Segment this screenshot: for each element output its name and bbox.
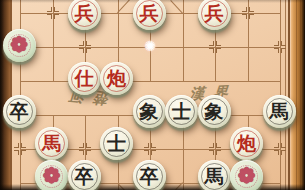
wood-grain xyxy=(300,0,301,190)
piece-character: 卒 xyxy=(68,160,101,190)
piece-facedown[interactable]: ❁ xyxy=(3,29,36,62)
point-marker-icon xyxy=(79,143,91,155)
piece-character: 卒 xyxy=(133,160,166,190)
wood-grain xyxy=(296,0,297,190)
piece-red-cannon[interactable]: 炮 xyxy=(230,127,263,160)
piece-black-advisor[interactable]: 士 xyxy=(100,127,133,160)
point-marker-icon xyxy=(144,143,156,155)
piece-character: 馬 xyxy=(198,160,231,190)
piece-black-elephant[interactable]: 象 xyxy=(198,95,231,128)
rosette-flower-icon: ❁ xyxy=(230,160,263,190)
piece-character: 卒 xyxy=(3,95,36,128)
grid-line xyxy=(170,0,183,14)
piece-character: 馬 xyxy=(263,95,296,128)
piece-black-horse[interactable]: 馬 xyxy=(263,95,296,128)
point-marker-icon xyxy=(209,143,221,155)
rosette-flower-icon: ❁ xyxy=(3,29,36,62)
piece-character: 士 xyxy=(165,95,198,128)
piece-character: 仕 xyxy=(68,62,101,95)
piece-red-cannon[interactable]: 炮 xyxy=(100,62,133,95)
point-marker-icon xyxy=(242,7,254,19)
piece-character: 炮 xyxy=(100,62,133,95)
point-marker-icon xyxy=(274,41,286,53)
piece-character: 象 xyxy=(198,95,231,128)
piece-character: 象 xyxy=(133,95,166,128)
piece-character: 兵 xyxy=(68,0,101,30)
point-marker-icon xyxy=(274,143,286,155)
xiangqi-board[interactable]: 楚河 漢界 ✺ 兵兵兵❁仕炮卒象士象馬馬士炮❁卒卒馬❁ xyxy=(0,0,305,190)
point-marker-icon xyxy=(209,41,221,53)
grid-line xyxy=(117,0,130,13)
piece-character: 馬 xyxy=(35,127,68,160)
piece-black-soldier[interactable]: 卒 xyxy=(133,160,166,190)
piece-character: 兵 xyxy=(198,0,231,30)
point-marker-icon xyxy=(47,7,59,19)
piece-black-horse[interactable]: 馬 xyxy=(198,160,231,190)
piece-black-soldier[interactable]: 卒 xyxy=(68,160,101,190)
point-marker-icon xyxy=(79,41,91,53)
piece-facedown[interactable]: ❁ xyxy=(230,160,263,190)
piece-character: 炮 xyxy=(230,127,263,160)
piece-black-elephant[interactable]: 象 xyxy=(133,95,166,128)
piece-red-soldier[interactable]: 兵 xyxy=(68,0,101,30)
piece-facedown[interactable]: ❁ xyxy=(35,160,68,190)
piece-black-soldier[interactable]: 卒 xyxy=(3,95,36,128)
piece-black-advisor[interactable]: 士 xyxy=(165,95,198,128)
piece-red-advisor[interactable]: 仕 xyxy=(68,62,101,95)
piece-character: 士 xyxy=(100,127,133,160)
last-move-origin-starburst-icon: ✺ xyxy=(141,38,159,56)
piece-red-soldier[interactable]: 兵 xyxy=(198,0,231,30)
rosette-flower-icon: ❁ xyxy=(35,160,68,190)
point-marker-icon xyxy=(14,143,26,155)
grid-line xyxy=(20,81,280,82)
piece-character: 兵 xyxy=(133,0,166,30)
piece-red-horse[interactable]: 馬 xyxy=(35,127,68,160)
piece-red-soldier[interactable]: 兵 xyxy=(133,0,166,30)
